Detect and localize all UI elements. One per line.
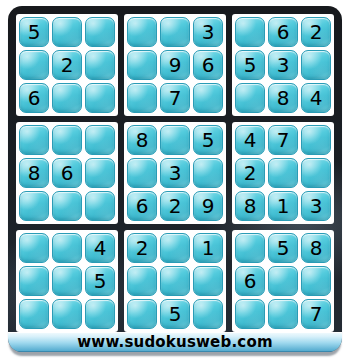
- cell-r2c3[interactable]: [85, 50, 115, 80]
- cell-r7c4[interactable]: 2: [127, 233, 157, 263]
- cell-r9c5[interactable]: 5: [160, 299, 190, 329]
- sudoku-board: 526396762538486853629472813452155867: [8, 6, 342, 332]
- block-7: 45: [16, 230, 118, 332]
- cell-r3c8[interactable]: 8: [268, 83, 298, 113]
- cell-r8c3[interactable]: 5: [85, 266, 115, 296]
- cell-r1c4[interactable]: [127, 17, 157, 47]
- cell-r7c7[interactable]: [235, 233, 265, 263]
- cell-r4c5[interactable]: [160, 125, 190, 155]
- cell-r4c4[interactable]: 8: [127, 125, 157, 155]
- cell-r9c3[interactable]: [85, 299, 115, 329]
- cell-r9c2[interactable]: [52, 299, 82, 329]
- cell-r8c5[interactable]: [160, 266, 190, 296]
- cell-r7c9[interactable]: 8: [301, 233, 331, 263]
- cell-r1c2[interactable]: [52, 17, 82, 47]
- cell-r4c6[interactable]: 5: [193, 125, 223, 155]
- cell-r9c4[interactable]: [127, 299, 157, 329]
- cell-r6c3[interactable]: [85, 191, 115, 221]
- cell-r8c9[interactable]: [301, 266, 331, 296]
- cell-r3c3[interactable]: [85, 83, 115, 113]
- cell-r7c3[interactable]: 4: [85, 233, 115, 263]
- cell-r4c2[interactable]: [52, 125, 82, 155]
- block-3: 625384: [232, 14, 334, 116]
- cell-r1c8[interactable]: 6: [268, 17, 298, 47]
- cell-r2c1[interactable]: [19, 50, 49, 80]
- cell-r4c9[interactable]: [301, 125, 331, 155]
- cell-r4c7[interactable]: 4: [235, 125, 265, 155]
- cell-r1c3[interactable]: [85, 17, 115, 47]
- cell-r1c9[interactable]: 2: [301, 17, 331, 47]
- cell-r9c1[interactable]: [19, 299, 49, 329]
- cell-r7c6[interactable]: 1: [193, 233, 223, 263]
- cell-r8c7[interactable]: 6: [235, 266, 265, 296]
- cell-r5c6[interactable]: [193, 158, 223, 188]
- cell-r3c1[interactable]: 6: [19, 83, 49, 113]
- cell-r5c9[interactable]: [301, 158, 331, 188]
- block-2: 3967: [124, 14, 226, 116]
- cell-r6c7[interactable]: 8: [235, 191, 265, 221]
- footer-bar: www.sudokusweb.com: [8, 332, 342, 352]
- cell-r2c2[interactable]: 2: [52, 50, 82, 80]
- cell-r8c8[interactable]: [268, 266, 298, 296]
- cell-r7c5[interactable]: [160, 233, 190, 263]
- cell-r4c8[interactable]: 7: [268, 125, 298, 155]
- cell-r9c8[interactable]: [268, 299, 298, 329]
- cell-r3c9[interactable]: 4: [301, 83, 331, 113]
- cell-r4c1[interactable]: [19, 125, 49, 155]
- cell-r8c2[interactable]: [52, 266, 82, 296]
- cell-r3c2[interactable]: [52, 83, 82, 113]
- cell-r1c6[interactable]: 3: [193, 17, 223, 47]
- cell-r2c6[interactable]: 6: [193, 50, 223, 80]
- cell-r7c2[interactable]: [52, 233, 82, 263]
- cell-r9c7[interactable]: [235, 299, 265, 329]
- cell-r9c6[interactable]: [193, 299, 223, 329]
- cell-r9c9[interactable]: 7: [301, 299, 331, 329]
- cell-r6c4[interactable]: 6: [127, 191, 157, 221]
- cell-r6c2[interactable]: [52, 191, 82, 221]
- cell-r6c1[interactable]: [19, 191, 49, 221]
- cell-r3c6[interactable]: [193, 83, 223, 113]
- block-5: 853629: [124, 122, 226, 224]
- cell-r6c5[interactable]: 2: [160, 191, 190, 221]
- cell-r5c3[interactable]: [85, 158, 115, 188]
- cell-r5c7[interactable]: 2: [235, 158, 265, 188]
- cell-r5c2[interactable]: 6: [52, 158, 82, 188]
- cell-r6c6[interactable]: 9: [193, 191, 223, 221]
- cell-r8c1[interactable]: [19, 266, 49, 296]
- cell-r1c1[interactable]: 5: [19, 17, 49, 47]
- site-url-label: www.sudokusweb.com: [77, 333, 272, 351]
- block-6: 472813: [232, 122, 334, 224]
- cell-r5c4[interactable]: [127, 158, 157, 188]
- cell-r6c9[interactable]: 3: [301, 191, 331, 221]
- cell-r8c4[interactable]: [127, 266, 157, 296]
- cell-r3c4[interactable]: [127, 83, 157, 113]
- cell-r5c5[interactable]: 3: [160, 158, 190, 188]
- cell-r5c8[interactable]: [268, 158, 298, 188]
- cell-r5c1[interactable]: 8: [19, 158, 49, 188]
- block-9: 5867: [232, 230, 334, 332]
- cell-r2c4[interactable]: [127, 50, 157, 80]
- block-4: 86: [16, 122, 118, 224]
- cell-r2c7[interactable]: 5: [235, 50, 265, 80]
- cell-r2c9[interactable]: [301, 50, 331, 80]
- cell-r1c5[interactable]: [160, 17, 190, 47]
- cell-r6c8[interactable]: 1: [268, 191, 298, 221]
- block-8: 215: [124, 230, 226, 332]
- cell-r1c7[interactable]: [235, 17, 265, 47]
- cell-r7c8[interactable]: 5: [268, 233, 298, 263]
- cell-r3c5[interactable]: 7: [160, 83, 190, 113]
- cell-r2c8[interactable]: 3: [268, 50, 298, 80]
- cell-r2c5[interactable]: 9: [160, 50, 190, 80]
- cell-r3c7[interactable]: [235, 83, 265, 113]
- cell-r4c3[interactable]: [85, 125, 115, 155]
- cell-r7c1[interactable]: [19, 233, 49, 263]
- cell-r8c6[interactable]: [193, 266, 223, 296]
- board-frame: 526396762538486853629472813452155867 www…: [8, 6, 342, 352]
- block-1: 526: [16, 14, 118, 116]
